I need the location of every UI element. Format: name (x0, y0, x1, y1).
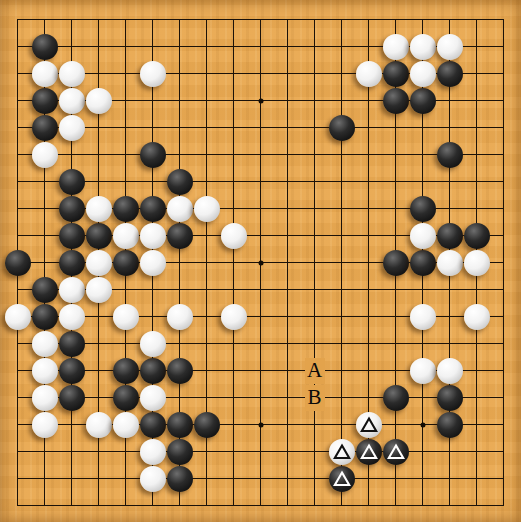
board-cell[interactable] (220, 141, 247, 168)
board-cell[interactable] (58, 33, 85, 60)
board-cell[interactable] (490, 276, 517, 303)
board-cell[interactable] (85, 168, 112, 195)
board-cell[interactable] (409, 411, 436, 438)
board-cell[interactable] (382, 168, 409, 195)
board-cell[interactable] (31, 141, 58, 168)
board-cell[interactable] (301, 249, 328, 276)
board-cell[interactable] (436, 87, 463, 114)
board-cell[interactable] (220, 492, 247, 519)
board-cell[interactable] (4, 6, 31, 33)
board-cell[interactable] (274, 438, 301, 465)
board-cell[interactable] (436, 222, 463, 249)
board-cell[interactable] (4, 303, 31, 330)
board-cell[interactable] (355, 303, 382, 330)
board-cell[interactable] (355, 411, 382, 438)
board-cell[interactable] (112, 357, 139, 384)
board-cell[interactable] (463, 6, 490, 33)
board-cell[interactable] (490, 114, 517, 141)
board-cell[interactable] (31, 222, 58, 249)
board-cell[interactable] (4, 60, 31, 87)
board-cell[interactable] (193, 168, 220, 195)
board-cell[interactable] (436, 303, 463, 330)
board-cell[interactable] (58, 384, 85, 411)
board-cell[interactable] (58, 195, 85, 222)
board-cell[interactable] (85, 357, 112, 384)
board-cell[interactable] (139, 303, 166, 330)
board-cell[interactable] (139, 465, 166, 492)
board-cell[interactable] (193, 222, 220, 249)
board-cell[interactable] (409, 330, 436, 357)
board-cell[interactable] (490, 60, 517, 87)
board-cell[interactable] (85, 33, 112, 60)
board-cell[interactable] (166, 465, 193, 492)
board-cell[interactable] (4, 195, 31, 222)
board-cell[interactable] (247, 492, 274, 519)
board-cell[interactable] (274, 411, 301, 438)
board-cell[interactable] (247, 249, 274, 276)
board-cell[interactable] (112, 60, 139, 87)
board-cell[interactable] (4, 141, 31, 168)
board-cell[interactable] (85, 330, 112, 357)
board-cell[interactable] (31, 330, 58, 357)
board-cell[interactable] (247, 357, 274, 384)
board-cell[interactable] (58, 330, 85, 357)
board-cell[interactable] (112, 438, 139, 465)
board-cell[interactable] (436, 60, 463, 87)
board-cell[interactable] (58, 114, 85, 141)
board-cell[interactable] (436, 384, 463, 411)
board-cell[interactable] (463, 492, 490, 519)
board-cell[interactable] (490, 330, 517, 357)
board-cell[interactable] (409, 114, 436, 141)
board-cell[interactable] (382, 330, 409, 357)
board-cell[interactable] (490, 87, 517, 114)
board-cell[interactable] (139, 222, 166, 249)
board-cell[interactable] (274, 249, 301, 276)
board-cell[interactable] (220, 465, 247, 492)
board-cell[interactable] (409, 222, 436, 249)
board-cell[interactable] (247, 384, 274, 411)
board-cell[interactable] (409, 438, 436, 465)
board-cell[interactable] (112, 114, 139, 141)
board-cell[interactable] (382, 492, 409, 519)
board-cell[interactable] (274, 33, 301, 60)
board-cell[interactable] (31, 6, 58, 33)
board-cell[interactable] (247, 168, 274, 195)
board-cell[interactable] (139, 195, 166, 222)
board-cell[interactable] (193, 60, 220, 87)
board-cell[interactable] (4, 114, 31, 141)
board-cell[interactable] (139, 33, 166, 60)
board-cell[interactable] (463, 411, 490, 438)
board-cell[interactable] (31, 168, 58, 195)
board-cell[interactable] (274, 168, 301, 195)
board-cell[interactable] (193, 411, 220, 438)
board-cell[interactable] (301, 87, 328, 114)
board-cell[interactable] (382, 195, 409, 222)
board-cell[interactable] (4, 168, 31, 195)
board-cell[interactable] (247, 114, 274, 141)
board-cell[interactable] (463, 303, 490, 330)
board-cell[interactable] (31, 249, 58, 276)
board-cell[interactable] (409, 357, 436, 384)
board-cell[interactable] (193, 195, 220, 222)
board-cell[interactable] (301, 303, 328, 330)
board-cell[interactable] (139, 357, 166, 384)
board-cell[interactable] (409, 492, 436, 519)
board-cell[interactable] (382, 114, 409, 141)
board-cell[interactable] (355, 276, 382, 303)
board-cell[interactable] (112, 492, 139, 519)
board-cell[interactable] (436, 168, 463, 195)
board-cell[interactable] (112, 384, 139, 411)
label-B[interactable]: B (305, 385, 325, 411)
board-cell[interactable] (436, 438, 463, 465)
board-cell[interactable] (85, 195, 112, 222)
board-cell[interactable] (31, 60, 58, 87)
board-cell[interactable] (112, 465, 139, 492)
board-cell[interactable] (463, 114, 490, 141)
board-cell[interactable] (301, 195, 328, 222)
board-cell[interactable] (166, 330, 193, 357)
board-cell[interactable] (112, 141, 139, 168)
board-cell[interactable] (301, 492, 328, 519)
board-cell[interactable] (166, 411, 193, 438)
board-cell[interactable] (490, 438, 517, 465)
board-cell[interactable] (58, 222, 85, 249)
board-cell[interactable] (436, 249, 463, 276)
board-cell[interactable] (382, 276, 409, 303)
board-cell[interactable] (436, 330, 463, 357)
board-cell[interactable] (58, 6, 85, 33)
board-cell[interactable] (490, 141, 517, 168)
board-cell[interactable] (301, 222, 328, 249)
board-cell[interactable] (274, 384, 301, 411)
board-cell[interactable] (139, 249, 166, 276)
board-cell[interactable] (166, 303, 193, 330)
board-cell[interactable] (463, 87, 490, 114)
board-cell[interactable] (436, 114, 463, 141)
board-cell[interactable] (58, 168, 85, 195)
board-cell[interactable] (355, 195, 382, 222)
board-cell[interactable] (328, 141, 355, 168)
board-cell[interactable] (328, 384, 355, 411)
board-cell[interactable] (490, 303, 517, 330)
board-cell[interactable] (274, 60, 301, 87)
board-cell[interactable] (166, 114, 193, 141)
board-cell[interactable] (4, 222, 31, 249)
board-cell[interactable] (328, 276, 355, 303)
board-cell[interactable] (436, 411, 463, 438)
board-cell[interactable] (409, 465, 436, 492)
board-cell[interactable] (4, 249, 31, 276)
board-cell[interactable] (247, 438, 274, 465)
board-cell[interactable] (463, 357, 490, 384)
board-cell[interactable] (166, 492, 193, 519)
board-cell[interactable] (490, 465, 517, 492)
board-cell[interactable] (355, 384, 382, 411)
board-cell[interactable] (247, 303, 274, 330)
board-cell[interactable] (4, 384, 31, 411)
board-cell[interactable] (328, 6, 355, 33)
board-cell[interactable] (85, 438, 112, 465)
board-cell[interactable] (4, 330, 31, 357)
board-cell[interactable] (58, 357, 85, 384)
board-cell[interactable] (85, 465, 112, 492)
board-cell[interactable] (436, 465, 463, 492)
board-cell[interactable] (220, 411, 247, 438)
board-cell[interactable] (220, 276, 247, 303)
board-cell[interactable] (220, 6, 247, 33)
board-cell[interactable] (193, 33, 220, 60)
board-cell[interactable] (85, 141, 112, 168)
board-cell[interactable] (409, 195, 436, 222)
board-cell[interactable] (58, 465, 85, 492)
board-cell[interactable] (4, 465, 31, 492)
board-cell[interactable] (58, 141, 85, 168)
board-cell[interactable] (139, 276, 166, 303)
board-cell[interactable] (220, 195, 247, 222)
board-cell[interactable] (382, 249, 409, 276)
board-cell[interactable] (193, 276, 220, 303)
board-cell[interactable] (4, 87, 31, 114)
board-cell[interactable] (382, 141, 409, 168)
board-cell[interactable] (382, 438, 409, 465)
board-cell[interactable] (463, 195, 490, 222)
board-cell[interactable] (58, 60, 85, 87)
board-cell[interactable] (139, 438, 166, 465)
board-cell[interactable] (247, 465, 274, 492)
board-cell[interactable] (328, 222, 355, 249)
board-cell[interactable] (382, 87, 409, 114)
board-cell[interactable] (274, 492, 301, 519)
board-cell[interactable] (382, 222, 409, 249)
board-cell[interactable] (355, 168, 382, 195)
board-cell[interactable] (220, 357, 247, 384)
board-cell[interactable] (409, 141, 436, 168)
board-cell[interactable] (58, 303, 85, 330)
board-cell[interactable] (112, 330, 139, 357)
board-cell[interactable] (166, 222, 193, 249)
board-cell[interactable] (220, 222, 247, 249)
board-cell[interactable] (193, 438, 220, 465)
board-cell[interactable] (274, 87, 301, 114)
board-cell[interactable] (301, 438, 328, 465)
board-cell[interactable] (328, 114, 355, 141)
board-cell[interactable] (139, 168, 166, 195)
board-cell[interactable] (382, 411, 409, 438)
board-cell[interactable] (355, 87, 382, 114)
board-cell[interactable] (220, 249, 247, 276)
board-cell[interactable] (328, 33, 355, 60)
board-cell[interactable] (58, 492, 85, 519)
board-cell[interactable] (382, 60, 409, 87)
board-cell[interactable] (355, 33, 382, 60)
board-cell[interactable] (112, 6, 139, 33)
board-cell[interactable] (31, 411, 58, 438)
board-cell[interactable] (139, 87, 166, 114)
board-cell[interactable] (85, 60, 112, 87)
board-cell[interactable] (355, 357, 382, 384)
board-cell[interactable] (220, 60, 247, 87)
board-cell[interactable] (4, 438, 31, 465)
board-cell[interactable] (4, 492, 31, 519)
board-cell[interactable] (139, 114, 166, 141)
board-cell[interactable] (436, 357, 463, 384)
board-cell[interactable] (436, 276, 463, 303)
board-cell[interactable] (85, 384, 112, 411)
board-cell[interactable] (58, 87, 85, 114)
board-cell[interactable] (328, 411, 355, 438)
board-cell[interactable] (85, 303, 112, 330)
board-cell[interactable] (193, 330, 220, 357)
board-cell[interactable] (139, 141, 166, 168)
board-cell[interactable] (463, 60, 490, 87)
board-cell[interactable] (463, 222, 490, 249)
board-cell[interactable] (247, 411, 274, 438)
board-cell[interactable] (166, 87, 193, 114)
board-cell[interactable] (409, 6, 436, 33)
board-cell[interactable] (193, 465, 220, 492)
go-board[interactable] (4, 6, 517, 519)
board-cell[interactable] (139, 6, 166, 33)
board-cell[interactable] (85, 411, 112, 438)
board-cell[interactable] (490, 168, 517, 195)
board-cell[interactable] (139, 330, 166, 357)
board-cell[interactable] (58, 276, 85, 303)
board-cell[interactable] (166, 168, 193, 195)
board-cell[interactable] (274, 303, 301, 330)
board-cell[interactable] (220, 438, 247, 465)
board-cell[interactable] (409, 276, 436, 303)
board-cell[interactable] (274, 114, 301, 141)
board-cell[interactable] (382, 303, 409, 330)
board-cell[interactable] (247, 33, 274, 60)
board-cell[interactable] (193, 249, 220, 276)
board-cell[interactable] (328, 168, 355, 195)
board-cell[interactable] (382, 465, 409, 492)
board-cell[interactable] (328, 87, 355, 114)
board-cell[interactable] (31, 195, 58, 222)
board-cell[interactable] (490, 249, 517, 276)
board-cell[interactable] (85, 249, 112, 276)
board-cell[interactable] (355, 141, 382, 168)
board-cell[interactable] (328, 60, 355, 87)
board-cell[interactable] (355, 6, 382, 33)
board-cell[interactable] (490, 6, 517, 33)
board-cell[interactable] (247, 141, 274, 168)
board-cell[interactable] (274, 6, 301, 33)
board-cell[interactable] (31, 33, 58, 60)
board-cell[interactable] (382, 384, 409, 411)
board-cell[interactable] (490, 33, 517, 60)
label-A[interactable]: A (305, 358, 325, 384)
board-cell[interactable] (247, 6, 274, 33)
board-cell[interactable] (112, 411, 139, 438)
board-cell[interactable] (112, 276, 139, 303)
board-cell[interactable] (112, 87, 139, 114)
board-cell[interactable] (193, 492, 220, 519)
board-cell[interactable] (274, 195, 301, 222)
board-cell[interactable] (355, 465, 382, 492)
board-cell[interactable] (193, 384, 220, 411)
board-cell[interactable] (490, 357, 517, 384)
board-cell[interactable] (328, 438, 355, 465)
board-cell[interactable] (193, 141, 220, 168)
board-cell[interactable] (274, 465, 301, 492)
board-cell[interactable] (301, 276, 328, 303)
board-cell[interactable] (301, 141, 328, 168)
board-cell[interactable] (58, 249, 85, 276)
board-cell[interactable] (193, 6, 220, 33)
board-cell[interactable] (463, 168, 490, 195)
board-cell[interactable] (112, 249, 139, 276)
board-cell[interactable] (166, 249, 193, 276)
board-cell[interactable] (139, 411, 166, 438)
board-cell[interactable] (58, 438, 85, 465)
board-cell[interactable] (382, 33, 409, 60)
board-cell[interactable] (220, 114, 247, 141)
board-cell[interactable] (463, 384, 490, 411)
board-cell[interactable] (220, 168, 247, 195)
board-cell[interactable] (112, 168, 139, 195)
board-cell[interactable] (166, 357, 193, 384)
board-cell[interactable] (166, 33, 193, 60)
board-cell[interactable] (301, 168, 328, 195)
board-cell[interactable] (220, 33, 247, 60)
board-cell[interactable] (463, 276, 490, 303)
board-cell[interactable] (247, 276, 274, 303)
board-cell[interactable] (463, 438, 490, 465)
board-cell[interactable] (409, 87, 436, 114)
board-cell[interactable] (4, 411, 31, 438)
board-cell[interactable] (382, 357, 409, 384)
board-cell[interactable] (31, 87, 58, 114)
board-cell[interactable] (85, 87, 112, 114)
board-cell[interactable] (328, 195, 355, 222)
board-cell[interactable] (220, 330, 247, 357)
board-cell[interactable] (301, 330, 328, 357)
board-cell[interactable] (247, 60, 274, 87)
board-cell[interactable] (193, 87, 220, 114)
board-cell[interactable] (166, 276, 193, 303)
board-cell[interactable] (31, 492, 58, 519)
board-cell[interactable] (112, 222, 139, 249)
board-cell[interactable] (31, 438, 58, 465)
board-cell[interactable] (490, 411, 517, 438)
board-cell[interactable] (247, 195, 274, 222)
board-cell[interactable] (220, 87, 247, 114)
board-cell[interactable] (409, 384, 436, 411)
board-cell[interactable] (4, 33, 31, 60)
board-cell[interactable] (85, 6, 112, 33)
board-cell[interactable] (139, 492, 166, 519)
board-cell[interactable] (274, 141, 301, 168)
board-cell[interactable] (490, 492, 517, 519)
board-cell[interactable] (355, 114, 382, 141)
board-cell[interactable] (166, 141, 193, 168)
board-cell[interactable] (274, 222, 301, 249)
board-cell[interactable] (193, 114, 220, 141)
board-cell[interactable] (463, 33, 490, 60)
board-cell[interactable] (490, 384, 517, 411)
board-cell[interactable] (31, 465, 58, 492)
board-cell[interactable] (355, 222, 382, 249)
board-cell[interactable] (85, 276, 112, 303)
board-cell[interactable] (355, 492, 382, 519)
board-cell[interactable] (436, 141, 463, 168)
board-cell[interactable] (409, 168, 436, 195)
